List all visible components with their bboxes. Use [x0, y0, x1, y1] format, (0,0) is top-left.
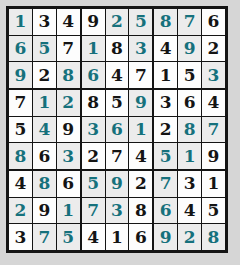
cell-r8c3[interactable]: 1 [57, 198, 80, 224]
cell-r3c5[interactable]: 4 [106, 62, 129, 88]
cell-r2c4[interactable]: 1 [82, 36, 105, 62]
cell-r7c7[interactable]: 7 [154, 171, 177, 197]
cell-r3c3[interactable]: 8 [57, 62, 80, 88]
cell-r6c5[interactable]: 7 [106, 143, 129, 169]
sudoku-box-1: 134657928 [9, 9, 80, 88]
cell-r8c7[interactable]: 6 [154, 198, 177, 224]
cell-r2c8[interactable]: 9 [178, 36, 201, 62]
cell-r3c9[interactable]: 3 [202, 62, 225, 88]
cell-r6c7[interactable]: 5 [154, 143, 177, 169]
cell-r7c2[interactable]: 8 [33, 171, 56, 197]
cell-r2c1[interactable]: 6 [9, 36, 32, 62]
cell-r8c5[interactable]: 3 [106, 198, 129, 224]
cell-r6c8[interactable]: 1 [178, 143, 201, 169]
cell-r5c1[interactable]: 5 [9, 117, 32, 143]
sudoku-box-4: 712549863 [9, 90, 80, 169]
cell-r9c6[interactable]: 6 [129, 224, 152, 250]
cell-r4c6[interactable]: 9 [129, 90, 152, 116]
cell-r2c2[interactable]: 5 [33, 36, 56, 62]
cell-r1c7[interactable]: 8 [154, 9, 177, 35]
cell-r3c6[interactable]: 7 [129, 62, 152, 88]
cell-r7c1[interactable]: 4 [9, 171, 32, 197]
cell-r8c6[interactable]: 8 [129, 198, 152, 224]
cell-r9c3[interactable]: 5 [57, 224, 80, 250]
cell-r7c8[interactable]: 3 [178, 171, 201, 197]
cell-r6c6[interactable]: 4 [129, 143, 152, 169]
cell-r6c3[interactable]: 3 [57, 143, 80, 169]
sudoku-box-5: 859361274 [82, 90, 153, 169]
cell-r6c2[interactable]: 6 [33, 143, 56, 169]
sudoku-board: 1346579289251836478764921537125498638593… [6, 6, 228, 253]
cell-r9c7[interactable]: 9 [154, 224, 177, 250]
sudoku-box-7: 486291375 [9, 171, 80, 250]
cell-r5c4[interactable]: 3 [82, 117, 105, 143]
cell-r4c5[interactable]: 5 [106, 90, 129, 116]
cell-r2c5[interactable]: 8 [106, 36, 129, 62]
cell-r8c8[interactable]: 4 [178, 198, 201, 224]
cell-r9c4[interactable]: 4 [82, 224, 105, 250]
cell-r4c2[interactable]: 1 [33, 90, 56, 116]
cell-r1c3[interactable]: 4 [57, 9, 80, 35]
cell-r9c9[interactable]: 8 [202, 224, 225, 250]
cell-r5c2[interactable]: 4 [33, 117, 56, 143]
cell-r3c7[interactable]: 1 [154, 62, 177, 88]
cell-r8c1[interactable]: 2 [9, 198, 32, 224]
cell-r1c1[interactable]: 1 [9, 9, 32, 35]
sudoku-box-8: 592738416 [82, 171, 153, 250]
cell-r2c9[interactable]: 2 [202, 36, 225, 62]
cell-r9c5[interactable]: 1 [106, 224, 129, 250]
cell-r6c9[interactable]: 9 [202, 143, 225, 169]
cell-r9c2[interactable]: 7 [33, 224, 56, 250]
cell-r3c4[interactable]: 6 [82, 62, 105, 88]
cell-r5c6[interactable]: 1 [129, 117, 152, 143]
cell-r4c1[interactable]: 7 [9, 90, 32, 116]
cell-r7c6[interactable]: 2 [129, 171, 152, 197]
cell-r5c7[interactable]: 2 [154, 117, 177, 143]
cell-r1c6[interactable]: 5 [129, 9, 152, 35]
cell-r4c7[interactable]: 3 [154, 90, 177, 116]
cell-r2c3[interactable]: 7 [57, 36, 80, 62]
sudoku-box-2: 925183647 [82, 9, 153, 88]
cell-r4c3[interactable]: 2 [57, 90, 80, 116]
cell-r8c2[interactable]: 9 [33, 198, 56, 224]
cell-r6c4[interactable]: 2 [82, 143, 105, 169]
cell-r1c2[interactable]: 3 [33, 9, 56, 35]
sudoku-box-6: 364287519 [154, 90, 225, 169]
cell-r9c1[interactable]: 3 [9, 224, 32, 250]
cell-r3c8[interactable]: 5 [178, 62, 201, 88]
sudoku-box-9: 731645928 [154, 171, 225, 250]
cell-r4c9[interactable]: 4 [202, 90, 225, 116]
cell-r1c9[interactable]: 6 [202, 9, 225, 35]
page-background: { "game": { "type": "sudoku", "board_siz… [0, 0, 240, 265]
cell-r3c1[interactable]: 9 [9, 62, 32, 88]
cell-r2c7[interactable]: 4 [154, 36, 177, 62]
cell-r5c5[interactable]: 6 [106, 117, 129, 143]
cell-r1c4[interactable]: 9 [82, 9, 105, 35]
cell-r7c9[interactable]: 1 [202, 171, 225, 197]
cell-r3c2[interactable]: 2 [33, 62, 56, 88]
cell-r4c4[interactable]: 8 [82, 90, 105, 116]
cell-r7c4[interactable]: 5 [82, 171, 105, 197]
cell-r7c3[interactable]: 6 [57, 171, 80, 197]
cell-r9c8[interactable]: 2 [178, 224, 201, 250]
cell-r1c8[interactable]: 7 [178, 9, 201, 35]
cell-r1c5[interactable]: 2 [106, 9, 129, 35]
cell-r6c1[interactable]: 8 [9, 143, 32, 169]
sudoku-box-3: 876492153 [154, 9, 225, 88]
cell-r5c9[interactable]: 7 [202, 117, 225, 143]
cell-r8c4[interactable]: 7 [82, 198, 105, 224]
cell-r4c8[interactable]: 6 [178, 90, 201, 116]
cell-r7c5[interactable]: 9 [106, 171, 129, 197]
cell-r8c9[interactable]: 5 [202, 198, 225, 224]
cell-r5c8[interactable]: 8 [178, 117, 201, 143]
cell-r5c3[interactable]: 9 [57, 117, 80, 143]
cell-r2c6[interactable]: 3 [129, 36, 152, 62]
